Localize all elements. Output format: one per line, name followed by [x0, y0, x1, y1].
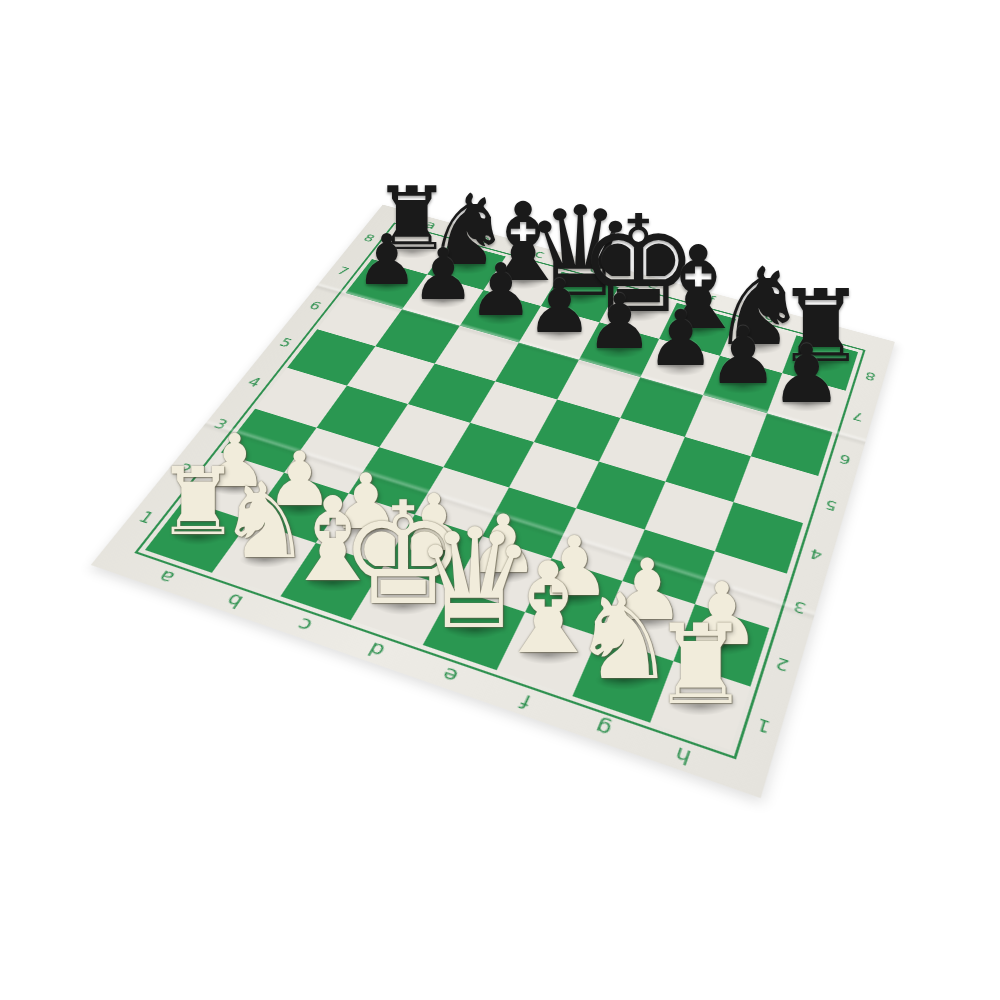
black-pawn: ♟ [526, 269, 592, 343]
black-pawn: ♟ [411, 239, 475, 310]
black-pawn: ♟ [708, 317, 779, 396]
black-pawn: ♟ [771, 333, 843, 413]
black-pawn: ♟ [586, 285, 654, 361]
black-pawn: ♟ [646, 301, 715, 378]
black-pawn: ♟ [355, 224, 418, 294]
white-rook: ♜ [652, 611, 751, 721]
black-pawn: ♟ [468, 254, 533, 327]
chessboard-photo: aabbccddeeffgghh1122334455667788 ♜♞♝♛♚♝♞… [0, 0, 1000, 1000]
